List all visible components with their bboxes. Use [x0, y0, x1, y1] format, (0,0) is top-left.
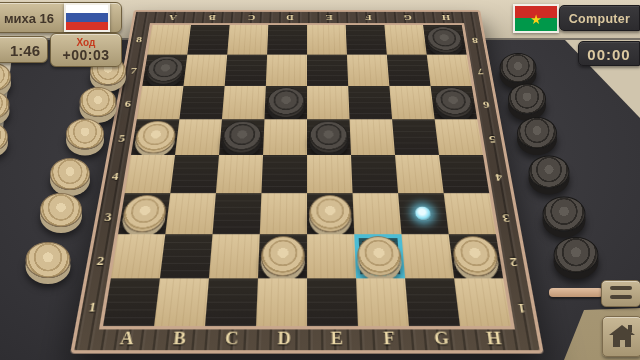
square-a6	[137, 86, 184, 119]
tray-checker-light	[66, 119, 104, 150]
square-c3[interactable]	[213, 193, 262, 234]
square-e1[interactable]	[307, 278, 358, 326]
tray-checker-light-partial	[0, 123, 8, 152]
square-g8	[384, 25, 426, 54]
player-clock: 1:46	[0, 36, 48, 63]
square-d2[interactable]	[258, 234, 307, 278]
checker-light[interactable]	[260, 236, 305, 276]
square-a1[interactable]	[103, 278, 160, 326]
file-labels-bottom: ABCDEFGH	[99, 326, 522, 350]
square-a7[interactable]	[142, 55, 187, 86]
square-d3	[260, 193, 307, 234]
move-timer-plate: Ход +00:03	[50, 33, 122, 67]
square-f3	[353, 193, 402, 234]
square-e5[interactable]	[307, 119, 351, 155]
opponent-name: Computer	[560, 6, 639, 32]
square-g1[interactable]	[405, 278, 460, 326]
square-c5[interactable]	[219, 119, 264, 155]
square-e8	[307, 25, 347, 54]
checker-dark[interactable]	[144, 56, 185, 84]
tray-checker-dark	[508, 84, 546, 115]
square-h5	[435, 119, 483, 155]
tray-checker-light	[50, 158, 90, 190]
square-g4	[395, 155, 444, 193]
decorative-rod	[549, 288, 603, 297]
checker-dark[interactable]	[221, 121, 262, 153]
square-c8	[227, 25, 268, 54]
square-c6	[222, 86, 266, 119]
square-e6	[307, 86, 350, 119]
checker-dark[interactable]	[425, 26, 465, 53]
checker-light[interactable]	[309, 195, 352, 232]
opponent-clock-value: 00:00	[579, 42, 639, 67]
player-name: миха 16	[0, 3, 63, 34]
tray-checker-light-partial	[0, 63, 11, 91]
square-h6[interactable]	[431, 86, 478, 119]
square-h7	[427, 55, 472, 86]
move-time-value: +00:03	[51, 48, 121, 63]
square-f6[interactable]	[348, 86, 392, 119]
square-b2[interactable]	[160, 234, 213, 278]
square-a3[interactable]	[118, 193, 170, 234]
tray-checker-light-partial	[0, 91, 10, 119]
square-a2	[111, 234, 165, 278]
flag-star-icon: ★	[515, 7, 557, 32]
square-f5	[350, 119, 395, 155]
board-frame: ABCDEFGH ABCDEFGH 87654321 87654321	[70, 10, 544, 354]
opponent-name-plate: Computer	[559, 5, 640, 31]
square-a5[interactable]	[131, 119, 179, 155]
square-g5[interactable]	[392, 119, 439, 155]
square-f8[interactable]	[346, 25, 387, 54]
game-scene: ABCDEFGH ABCDEFGH 87654321 87654321 миха…	[0, 0, 640, 360]
tray-checker-light	[26, 242, 71, 278]
square-g7[interactable]	[387, 55, 431, 86]
home-button[interactable]	[602, 316, 640, 357]
checker-dark[interactable]	[266, 87, 305, 117]
square-d5	[263, 119, 307, 155]
checker-light[interactable]	[356, 236, 402, 276]
square-a8	[147, 25, 191, 54]
square-d4[interactable]	[261, 155, 307, 193]
square-f2[interactable]	[354, 234, 405, 278]
home-icon	[609, 325, 635, 347]
square-a4	[125, 155, 175, 193]
menu-button[interactable]	[601, 280, 640, 307]
square-c4	[216, 155, 263, 193]
checker-light[interactable]	[121, 195, 169, 232]
square-b4[interactable]	[170, 155, 219, 193]
tray-checker-dark	[500, 53, 537, 83]
tray-checker-dark	[517, 117, 557, 149]
tray-checker-dark	[543, 197, 586, 232]
checker-dark[interactable]	[309, 121, 349, 153]
square-f7	[347, 55, 389, 86]
square-b8[interactable]	[187, 25, 229, 54]
square-d6[interactable]	[264, 86, 307, 119]
square-e3[interactable]	[307, 193, 354, 234]
square-h8[interactable]	[423, 25, 467, 54]
russia-flag-icon	[64, 3, 110, 32]
tray-checker-dark	[529, 156, 570, 189]
player-clock-value: 1:46	[0, 37, 47, 64]
hamburger-icon	[610, 286, 632, 290]
square-f1	[356, 278, 409, 326]
square-b7	[183, 55, 227, 86]
square-g2	[401, 234, 454, 278]
opponent-clock: 00:00	[578, 41, 640, 66]
square-d7	[266, 55, 307, 86]
hint-glow	[414, 206, 431, 220]
burkina-faso-flag-icon: ★	[513, 4, 559, 33]
board-grid	[99, 23, 515, 329]
square-h2[interactable]	[449, 234, 503, 278]
square-e2	[307, 234, 356, 278]
checker-light[interactable]	[133, 121, 177, 153]
square-b3	[165, 193, 216, 234]
square-b1	[154, 278, 209, 326]
square-d8[interactable]	[267, 25, 307, 54]
square-b5	[175, 119, 222, 155]
tray-checker-dark	[554, 237, 599, 273]
square-h1	[454, 278, 511, 326]
square-c1[interactable]	[205, 278, 258, 326]
square-e4	[307, 155, 353, 193]
checkers-board: ABCDEFGH ABCDEFGH 87654321 87654321	[70, 10, 544, 354]
square-e7[interactable]	[307, 55, 348, 86]
checker-dark[interactable]	[433, 87, 475, 117]
square-d1	[256, 278, 307, 326]
checker-light[interactable]	[451, 236, 500, 276]
square-h4[interactable]	[439, 155, 489, 193]
square-f4[interactable]	[351, 155, 398, 193]
file-labels-top: ABCDEFGH	[153, 12, 467, 23]
square-g6	[389, 86, 434, 119]
tray-checker-light	[80, 87, 117, 117]
tray-checker-light	[40, 193, 82, 227]
square-c2	[209, 234, 260, 278]
square-c7[interactable]	[225, 55, 267, 86]
square-h3	[444, 193, 496, 234]
square-b6[interactable]	[179, 86, 224, 119]
square-g3[interactable]	[398, 193, 449, 234]
